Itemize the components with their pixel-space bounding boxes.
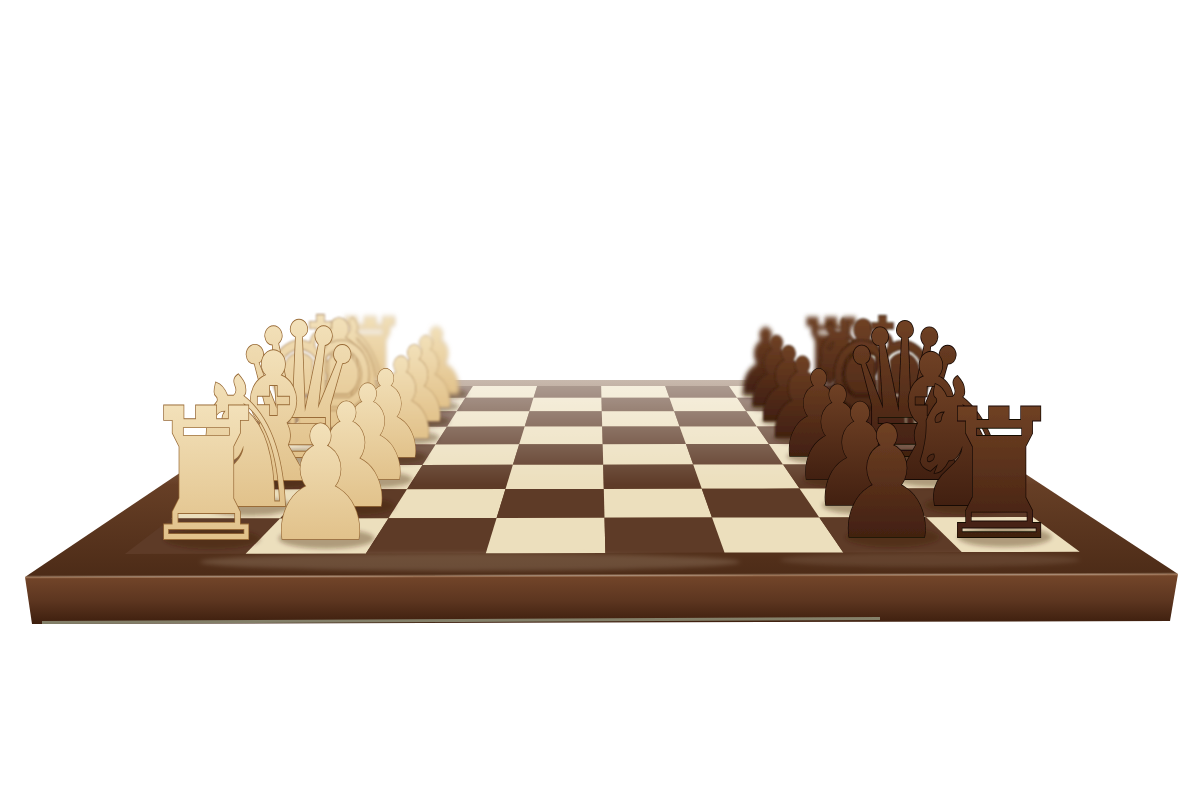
square-b4[interactable] — [497, 489, 605, 518]
square-a5[interactable] — [605, 518, 725, 553]
chessboard: ♜♟♟♜♞♟♟♞♝♟♟♝♚♟♟♚♛♟♟♛♝♟♟♝♞♟♟♞♜♟♟♜ — [0, 0, 1200, 800]
square-b5[interactable] — [604, 489, 712, 518]
square-a4[interactable] — [486, 518, 606, 553]
chessboard-photo: ♜♟♟♜♞♟♟♞♝♟♟♝♚♟♟♚♛♟♟♛♝♟♟♝♞♟♟♞♜♟♟♜ — [0, 0, 1200, 800]
piece-black-pawn-a7[interactable]: ♟ — [830, 393, 945, 575]
piece-white-pawn-a2[interactable]: ♟ — [263, 392, 379, 576]
piece-white-rook-a1[interactable]: ♜ — [139, 369, 273, 581]
board-side-face — [25, 574, 1178, 624]
piece-black-rook-a8[interactable]: ♜ — [933, 371, 1065, 580]
